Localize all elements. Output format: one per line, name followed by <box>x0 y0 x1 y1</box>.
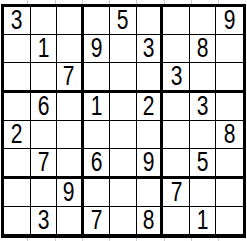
cell-r7c4[interactable] <box>84 179 111 207</box>
cell-r8c9[interactable] <box>216 207 243 235</box>
cell-r2c1[interactable] <box>4 35 31 63</box>
cell-r3c7[interactable]: 3 <box>163 63 190 93</box>
cell-r4c3[interactable] <box>57 93 84 121</box>
cell-r8c4[interactable]: 7 <box>84 207 111 235</box>
cell-r7c2[interactable] <box>31 179 58 207</box>
cell-r3c2[interactable] <box>31 63 58 93</box>
digit: 7 <box>170 179 182 206</box>
digit: 8 <box>197 35 209 62</box>
digit: 7 <box>37 149 49 176</box>
cell-r6c3[interactable] <box>57 149 84 179</box>
cell-r6c4[interactable]: 6 <box>84 149 111 179</box>
cell-r4c1[interactable] <box>4 93 31 121</box>
cell-r7c9[interactable] <box>216 179 243 207</box>
digit: 1 <box>37 35 49 62</box>
cell-r4c9[interactable] <box>216 93 243 121</box>
cell-r3c1[interactable] <box>4 63 31 93</box>
cell-r5c6[interactable] <box>137 121 164 149</box>
cell-r8c8[interactable]: 1 <box>190 207 217 235</box>
cell-r6c1[interactable] <box>4 149 31 179</box>
cell-r8c6[interactable]: 8 <box>137 207 164 235</box>
cell-r4c7[interactable] <box>163 93 190 121</box>
cell-r8c1[interactable] <box>4 207 31 235</box>
cell-r7c1[interactable] <box>4 179 31 207</box>
digit: 8 <box>224 121 236 148</box>
cell-r1c1[interactable]: 3 <box>4 7 31 35</box>
cell-r2c8[interactable]: 8 <box>190 35 217 63</box>
cell-r1c3[interactable] <box>57 7 84 35</box>
cell-r8c3[interactable] <box>57 207 84 235</box>
cell-r6c6[interactable]: 9 <box>137 149 164 179</box>
digit: 9 <box>143 149 155 176</box>
cell-r2c2[interactable]: 1 <box>31 35 58 63</box>
cell-r4c4[interactable]: 1 <box>84 93 111 121</box>
digit: 9 <box>63 179 75 206</box>
sudoku-board: 3591938736123287695973781746 <box>1 4 246 238</box>
cell-r1c4[interactable] <box>84 7 111 35</box>
cell-r6c7[interactable] <box>163 149 190 179</box>
cell-r4c8[interactable]: 3 <box>190 93 217 121</box>
digit: 2 <box>11 121 23 148</box>
cell-r1c6[interactable] <box>137 7 164 35</box>
cell-r4c2[interactable]: 6 <box>31 93 58 121</box>
cell-r2c6[interactable]: 3 <box>137 35 164 63</box>
cell-r3c5[interactable] <box>110 63 137 93</box>
cell-r2c3[interactable] <box>57 35 84 63</box>
cell-r5c1[interactable]: 2 <box>4 121 31 149</box>
digit: 7 <box>91 207 103 234</box>
cell-r8c7[interactable] <box>163 207 190 235</box>
digit: 8 <box>143 207 155 234</box>
cell-r5c7[interactable] <box>163 121 190 149</box>
digit: 3 <box>37 207 49 234</box>
cell-r3c6[interactable] <box>137 63 164 93</box>
digit: 9 <box>224 7 236 34</box>
cell-r5c5[interactable] <box>110 121 137 149</box>
cell-r3c8[interactable] <box>190 63 217 93</box>
digit: 1 <box>91 93 103 120</box>
cell-r3c4[interactable] <box>84 63 111 93</box>
cell-r5c2[interactable] <box>31 121 58 149</box>
cell-r1c5[interactable]: 5 <box>110 7 137 35</box>
cell-r4c5[interactable] <box>110 93 137 121</box>
digit: 9 <box>91 35 103 62</box>
cell-r2c9[interactable] <box>216 35 243 63</box>
cell-r7c3[interactable]: 9 <box>57 179 84 207</box>
cell-r2c5[interactable] <box>110 35 137 63</box>
digit: 6 <box>91 149 103 176</box>
cell-r7c7[interactable]: 7 <box>163 179 190 207</box>
cell-r1c8[interactable] <box>190 7 217 35</box>
cell-r6c9[interactable] <box>216 149 243 179</box>
cell-r2c7[interactable] <box>163 35 190 63</box>
cell-r6c8[interactable]: 5 <box>190 149 217 179</box>
digit: 2 <box>143 93 155 120</box>
cell-r5c4[interactable] <box>84 121 111 149</box>
cell-r1c7[interactable] <box>163 7 190 35</box>
digit: 1 <box>197 207 209 234</box>
cell-r7c5[interactable] <box>110 179 137 207</box>
sudoku-page: 3591938736123287695973781746 <box>0 0 247 241</box>
cell-r7c6[interactable] <box>137 179 164 207</box>
cell-r2c4[interactable]: 9 <box>84 35 111 63</box>
cell-r8c2[interactable]: 3 <box>31 207 58 235</box>
cell-r5c8[interactable] <box>190 121 217 149</box>
digit: 5 <box>197 149 209 176</box>
digit: 3 <box>11 7 23 34</box>
digit: 3 <box>143 35 155 62</box>
cell-r1c2[interactable] <box>31 7 58 35</box>
cell-r4c6[interactable]: 2 <box>137 93 164 121</box>
digit: 7 <box>63 63 75 90</box>
cell-r3c9[interactable] <box>216 63 243 93</box>
digit: 3 <box>170 63 182 90</box>
cell-r1c9[interactable]: 9 <box>216 7 243 35</box>
cell-r3c3[interactable]: 7 <box>57 63 84 93</box>
cell-r8c5[interactable] <box>110 207 137 235</box>
digit: 3 <box>197 93 209 120</box>
cell-r6c5[interactable] <box>110 149 137 179</box>
digit: 6 <box>37 93 49 120</box>
digit: 5 <box>117 7 129 34</box>
cell-r6c2[interactable]: 7 <box>31 149 58 179</box>
cell-r5c9[interactable]: 8 <box>216 121 243 149</box>
cell-r5c3[interactable] <box>57 121 84 149</box>
cell-r7c8[interactable] <box>190 179 217 207</box>
